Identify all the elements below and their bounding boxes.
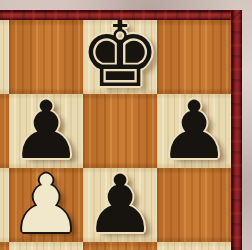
square-g8[interactable]: ♚ — [83, 20, 157, 94]
board-frame-corner-miter — [231, 10, 242, 20]
square-h7[interactable]: ♟ — [157, 94, 231, 168]
square-f5[interactable] — [9, 242, 83, 250]
board-frame-top — [0, 10, 242, 20]
square-e8[interactable] — [0, 20, 9, 94]
square-h6[interactable] — [157, 168, 231, 242]
square-g7[interactable] — [83, 94, 157, 168]
square-g5[interactable] — [83, 242, 157, 250]
board: ♚♟♟♟♟ — [0, 20, 231, 250]
square-e7[interactable] — [0, 94, 9, 168]
square-f8[interactable] — [9, 20, 83, 94]
white-pawn[interactable]: ♟ — [10, 165, 82, 245]
black-pawn[interactable]: ♟ — [84, 165, 156, 245]
square-e5[interactable] — [0, 242, 9, 250]
chess-app-screenshot: ♚♟♟♟♟ — [0, 0, 252, 250]
square-g6[interactable]: ♟ — [83, 168, 157, 242]
black-pawn[interactable]: ♟ — [158, 91, 230, 171]
square-f6[interactable]: ♟ — [9, 168, 83, 242]
square-e6[interactable] — [0, 168, 9, 242]
square-h8[interactable] — [157, 20, 231, 94]
square-h5[interactable] — [157, 242, 231, 250]
board-frame-right — [231, 10, 242, 250]
square-f7[interactable]: ♟ — [9, 94, 83, 168]
black-king[interactable]: ♚ — [80, 10, 161, 100]
